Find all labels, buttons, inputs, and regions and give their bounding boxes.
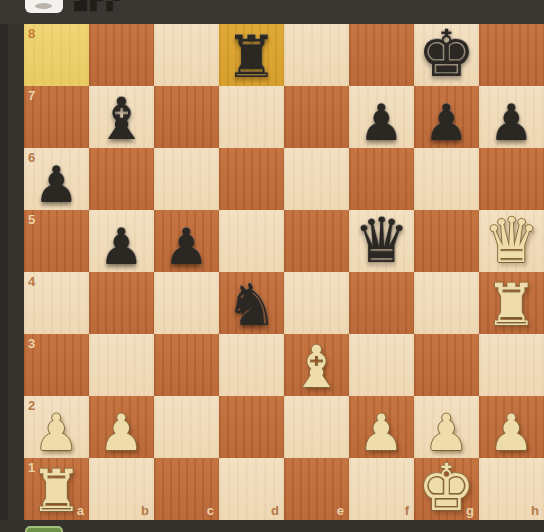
square-e7[interactable] [284,86,349,148]
bottom-player-bar [0,520,544,532]
rank-label-3: 3 [28,337,35,350]
square-a2[interactable]: 2♟ [24,396,89,458]
piece-black-queen-f5[interactable]: ♛ [354,210,410,272]
square-d8[interactable]: ♜ [219,24,284,86]
left-gutter [0,0,8,532]
square-f6[interactable] [349,148,414,210]
file-label-d: d [271,504,279,517]
file-label-c: c [207,504,214,517]
piece-black-rook-d8[interactable]: ♜ [226,28,278,86]
square-c1[interactable]: c [154,458,219,520]
clipped-player-text: ▟▛▞ [74,0,122,13]
piece-black-pawn-f7[interactable]: ♟ [359,98,404,148]
square-e6[interactable] [284,148,349,210]
square-h5[interactable]: ♛ [479,210,544,272]
piece-white-rook-a1[interactable]: ♜ [31,462,83,520]
square-a8[interactable]: 8 [24,24,89,86]
square-g3[interactable] [414,334,479,396]
square-h4[interactable]: ♜ [479,272,544,334]
square-h1[interactable]: h [479,458,544,520]
piece-black-knight-d4[interactable]: ♞ [226,276,278,334]
square-f3[interactable] [349,334,414,396]
piece-black-king-g8[interactable]: ♚ [418,22,475,86]
square-g2[interactable]: ♟ [414,396,479,458]
square-c7[interactable] [154,86,219,148]
square-h3[interactable] [479,334,544,396]
file-label-f: f [405,504,409,517]
square-h8[interactable] [479,24,544,86]
square-a5[interactable]: 5 [24,210,89,272]
square-e3[interactable]: ♝ [284,334,349,396]
square-d2[interactable] [219,396,284,458]
square-f7[interactable]: ♟ [349,86,414,148]
square-b5[interactable]: ♟ [89,210,154,272]
square-a4[interactable]: 4 [24,272,89,334]
square-c3[interactable] [154,334,219,396]
piece-white-pawn-h2[interactable]: ♟ [489,408,534,458]
square-g4[interactable] [414,272,479,334]
square-b1[interactable]: b [89,458,154,520]
square-b7[interactable]: ♝ [89,86,154,148]
square-h7[interactable]: ♟ [479,86,544,148]
square-b6[interactable] [89,148,154,210]
square-a7[interactable]: 7 [24,86,89,148]
file-label-e: e [337,504,344,517]
square-h2[interactable]: ♟ [479,396,544,458]
square-c6[interactable] [154,148,219,210]
rank-label-7: 7 [28,89,35,102]
left-gutter-inner [8,0,24,532]
piece-white-pawn-a2[interactable]: ♟ [34,408,79,458]
square-g5[interactable] [414,210,479,272]
piece-black-pawn-g7[interactable]: ♟ [424,98,469,148]
square-e4[interactable] [284,272,349,334]
square-a6[interactable]: 6♟ [24,148,89,210]
piece-white-pawn-b2[interactable]: ♟ [99,408,144,458]
square-c4[interactable] [154,272,219,334]
square-g6[interactable] [414,148,479,210]
square-b3[interactable] [89,334,154,396]
rank-label-5: 5 [28,213,35,226]
rank-label-4: 4 [28,275,35,288]
piece-white-queen-h5[interactable]: ♛ [484,210,540,272]
square-g8[interactable]: ♚ [414,24,479,86]
square-d6[interactable] [219,148,284,210]
square-b8[interactable] [89,24,154,86]
piece-white-rook-h4[interactable]: ♜ [486,276,538,334]
square-a3[interactable]: 3 [24,334,89,396]
tray-dot-icon [35,3,52,9]
square-e8[interactable] [284,24,349,86]
square-g7[interactable]: ♟ [414,86,479,148]
square-c8[interactable] [154,24,219,86]
piece-black-pawn-a6[interactable]: ♟ [34,160,79,210]
square-d7[interactable] [219,86,284,148]
square-g1[interactable]: g♚ [414,458,479,520]
square-d1[interactable]: d [219,458,284,520]
square-h6[interactable] [479,148,544,210]
square-b2[interactable]: ♟ [89,396,154,458]
square-f8[interactable] [349,24,414,86]
piece-black-pawn-c5[interactable]: ♟ [164,222,209,272]
square-f4[interactable] [349,272,414,334]
square-f2[interactable]: ♟ [349,396,414,458]
square-c2[interactable] [154,396,219,458]
square-e5[interactable] [284,210,349,272]
square-d5[interactable] [219,210,284,272]
piece-black-pawn-b5[interactable]: ♟ [99,222,144,272]
file-label-h: h [531,504,539,517]
square-d4[interactable]: ♞ [219,272,284,334]
square-f5[interactable]: ♛ [349,210,414,272]
piece-white-pawn-f2[interactable]: ♟ [359,408,404,458]
square-d3[interactable] [219,334,284,396]
piece-black-pawn-h7[interactable]: ♟ [489,98,534,148]
rank-label-8: 8 [28,27,35,40]
square-a1[interactable]: 1a♜ [24,458,89,520]
bottom-left-badge[interactable] [25,526,63,532]
piece-white-king-g1[interactable]: ♚ [418,456,475,520]
square-c5[interactable]: ♟ [154,210,219,272]
piece-white-bishop-e3[interactable]: ♝ [291,338,343,396]
white-tray-icon[interactable] [25,0,63,13]
chess-board[interactable]: 8♜♚7♝♟♟♟6♟5♟♟♛♛4♞♜3♝2♟♟♟♟♟1a♜bcdefg♚h [24,24,544,520]
square-e2[interactable] [284,396,349,458]
square-b4[interactable] [89,272,154,334]
file-label-b: b [141,504,149,517]
piece-black-bishop-b7[interactable]: ♝ [96,90,148,148]
square-f1[interactable]: f [349,458,414,520]
square-e1[interactable]: e [284,458,349,520]
